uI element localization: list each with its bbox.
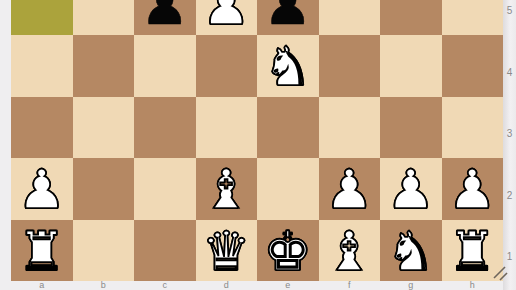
piece-white-pawn[interactable]: ♟ <box>18 159 66 221</box>
square-e5[interactable]: ♟ <box>257 0 319 35</box>
square-h4[interactable] <box>442 35 504 97</box>
square-d5[interactable]: ♟ <box>196 0 258 35</box>
rank-coordinate-strip: 54321 <box>503 0 516 290</box>
piece-white-pawn[interactable]: ♟ <box>387 159 435 221</box>
piece-black-pawn[interactable]: ♟ <box>141 0 189 36</box>
square-f3[interactable] <box>319 97 381 159</box>
square-b2[interactable] <box>73 158 135 220</box>
square-h5[interactable] <box>442 0 504 35</box>
square-e1[interactable]: ♚ <box>257 220 319 282</box>
piece-white-rook[interactable]: ♜ <box>18 221 66 282</box>
file-label-f: f <box>339 280 359 290</box>
board-viewport: ♟♟♟♞♟♝♟♟♟♜♛♚♝♞♜ <box>11 0 503 281</box>
square-f5[interactable] <box>319 0 381 35</box>
square-d2[interactable]: ♝ <box>196 158 258 220</box>
rank-label-3: 3 <box>503 128 516 140</box>
square-g5[interactable] <box>380 0 442 35</box>
rank-label-2: 2 <box>503 190 516 202</box>
piece-black-pawn[interactable]: ♟ <box>264 0 312 36</box>
square-a4[interactable] <box>11 35 73 97</box>
square-b3[interactable] <box>73 97 135 159</box>
piece-white-pawn[interactable]: ♟ <box>448 159 496 221</box>
square-d3[interactable] <box>196 97 258 159</box>
piece-white-pawn[interactable]: ♟ <box>202 0 250 36</box>
piece-white-king[interactable]: ♚ <box>264 221 312 282</box>
square-g4[interactable] <box>380 35 442 97</box>
square-a1[interactable]: ♜ <box>11 220 73 282</box>
square-d4[interactable] <box>196 35 258 97</box>
piece-white-knight[interactable]: ♞ <box>387 221 435 282</box>
square-b5[interactable] <box>73 0 135 35</box>
square-h3[interactable] <box>442 97 504 159</box>
piece-white-bishop[interactable]: ♝ <box>325 221 373 282</box>
square-g1[interactable]: ♞ <box>380 220 442 282</box>
square-g3[interactable] <box>380 97 442 159</box>
square-a2[interactable]: ♟ <box>11 158 73 220</box>
file-coordinate-strip: abcdefgh <box>11 281 503 290</box>
file-label-e: e <box>278 280 298 290</box>
rank-label-1: 1 <box>503 251 516 263</box>
piece-white-knight[interactable]: ♞ <box>264 36 312 98</box>
square-b1[interactable] <box>73 220 135 282</box>
square-f1[interactable]: ♝ <box>319 220 381 282</box>
square-d1[interactable]: ♛ <box>196 220 258 282</box>
file-label-c: c <box>155 280 175 290</box>
square-f4[interactable] <box>319 35 381 97</box>
piece-white-rook[interactable]: ♜ <box>448 221 496 282</box>
piece-white-bishop[interactable]: ♝ <box>202 159 250 221</box>
square-c4[interactable] <box>134 35 196 97</box>
rank-label-4: 4 <box>503 67 516 79</box>
square-a3[interactable] <box>11 97 73 159</box>
file-label-a: a <box>32 280 52 290</box>
square-c2[interactable] <box>134 158 196 220</box>
piece-white-pawn[interactable]: ♟ <box>325 159 373 221</box>
square-a5[interactable] <box>11 0 73 35</box>
square-e2[interactable] <box>257 158 319 220</box>
file-label-h: h <box>462 280 482 290</box>
rank-label-5: 5 <box>503 5 516 17</box>
chess-board[interactable]: ♟♟♟♞♟♝♟♟♟♜♛♚♝♞♜ <box>11 0 503 281</box>
file-label-d: d <box>216 280 236 290</box>
square-h2[interactable]: ♟ <box>442 158 504 220</box>
square-c1[interactable] <box>134 220 196 282</box>
board-resize-handle-icon[interactable] <box>492 265 510 283</box>
square-f2[interactable]: ♟ <box>319 158 381 220</box>
square-b4[interactable] <box>73 35 135 97</box>
file-label-g: g <box>401 280 421 290</box>
chess-board-screen: ♟♟♟♞♟♝♟♟♟♜♛♚♝♞♜ 54321 abcdefgh <box>0 0 516 290</box>
square-e3[interactable] <box>257 97 319 159</box>
file-label-b: b <box>93 280 113 290</box>
square-g2[interactable]: ♟ <box>380 158 442 220</box>
piece-white-queen[interactable]: ♛ <box>202 221 250 282</box>
square-e4[interactable]: ♞ <box>257 35 319 97</box>
square-c5[interactable]: ♟ <box>134 0 196 35</box>
square-c3[interactable] <box>134 97 196 159</box>
